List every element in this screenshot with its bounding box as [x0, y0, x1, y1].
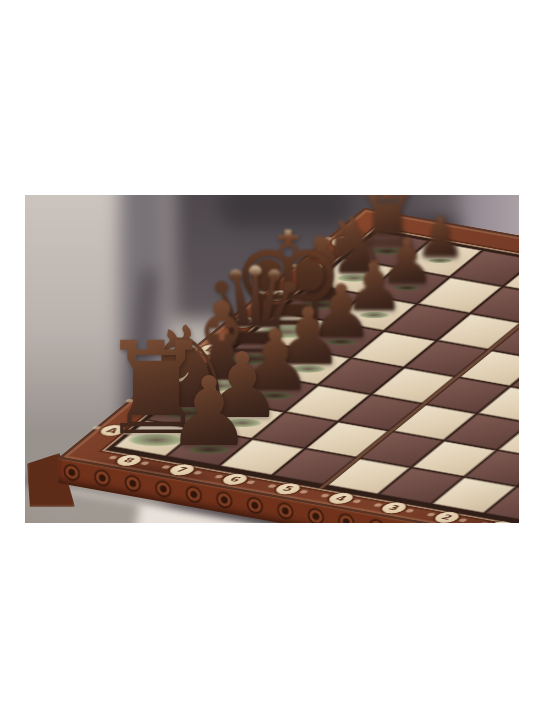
page: 87654321ABCDEFGH ♜♞♝♛♚♝♞♜♟♟♟♟♟♟♟♟: [0, 0, 540, 720]
black-pawn: ♟: [166, 363, 252, 459]
chess-set-photo: 87654321ABCDEFGH ♜♞♝♛♚♝♞♜♟♟♟♟♟♟♟♟: [25, 195, 519, 523]
pieces-layer: ♜♞♝♛♚♝♞♜♟♟♟♟♟♟♟♟: [25, 195, 519, 523]
